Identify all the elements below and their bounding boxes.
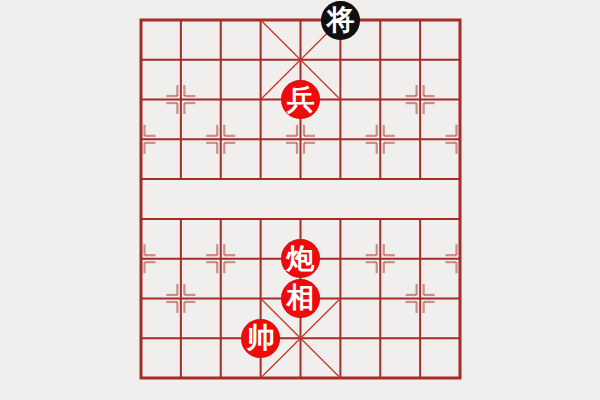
piece-black-general[interactable]: 将 [321,1,360,40]
piece-red-general[interactable]: 帅 [241,319,280,358]
piece-red-cannon[interactable]: 炮 [281,239,320,278]
board-canvas: 将兵炮相帅 [0,0,600,400]
piece-red-elephant[interactable]: 相 [281,279,320,318]
xiangqi-board[interactable]: 将兵炮相帅 [141,20,460,378]
board-grid [141,20,460,378]
piece-red-soldier[interactable]: 兵 [281,80,320,119]
grid-lines [141,20,460,378]
